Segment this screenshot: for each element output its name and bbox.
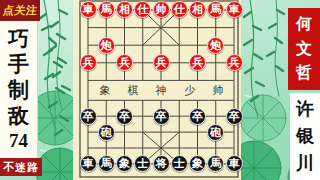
piece-black-f6r6[interactable]: 卒	[189, 108, 206, 125]
piece-red-f8r3[interactable]: 兵	[226, 54, 243, 71]
piece-red-f0r3[interactable]: 兵	[80, 54, 97, 71]
piece-red-f7r2[interactable]: 炮	[207, 37, 224, 54]
player-red-name: 何文哲	[295, 12, 313, 86]
piece-red-f0r0[interactable]: 車	[80, 1, 97, 18]
episode-title: 巧手制敌	[7, 27, 31, 129]
xiangqi-board: 象 棋 神 少 帅 車馬相仕帅仕相馬車炮炮兵兵兵兵兵卒卒卒卒卒砲砲車馬象士将士象…	[73, 0, 241, 180]
piece-black-f1r9[interactable]: 馬	[98, 155, 115, 172]
piece-red-f1r0[interactable]: 馬	[98, 1, 115, 18]
no-lost-banner-label: 不迷路	[3, 160, 39, 175]
piece-black-f7r9[interactable]: 馬	[207, 155, 224, 172]
piece-black-f2r6[interactable]: 卒	[116, 108, 133, 125]
piece-black-f1r7[interactable]: 砲	[98, 124, 115, 141]
piece-black-f2r9[interactable]: 象	[116, 155, 133, 172]
piece-red-f2r3[interactable]: 兵	[116, 54, 133, 71]
piece-red-f3r0[interactable]: 仕	[134, 1, 151, 18]
episode-title-box: 巧手制敌 74	[0, 21, 38, 158]
piece-black-f0r9[interactable]: 車	[80, 155, 97, 172]
xiangqi-video-thumbnail: 象 棋 神 少 帅 車馬相仕帅仕相馬車炮炮兵兵兵兵兵卒卒卒卒卒砲砲車馬象士将士象…	[0, 0, 320, 180]
piece-black-f8r6[interactable]: 卒	[226, 108, 243, 125]
piece-red-f2r0[interactable]: 相	[116, 1, 133, 18]
follow-banner: 点关注	[0, 0, 40, 21]
player-red-name-box: 何文哲	[288, 8, 320, 90]
piece-grid: 車馬相仕帅仕相馬車炮炮兵兵兵兵兵卒卒卒卒卒砲砲車馬象士将士象馬車	[79, 1, 243, 172]
no-lost-banner: 不迷路	[0, 158, 42, 176]
piece-red-f4r3[interactable]: 兵	[153, 54, 170, 71]
piece-black-f8r9[interactable]: 車	[226, 155, 243, 172]
piece-red-f8r0[interactable]: 車	[226, 1, 243, 18]
piece-black-f7r7[interactable]: 砲	[207, 124, 224, 141]
piece-red-f4r0[interactable]: 帅	[153, 1, 170, 18]
piece-red-f5r0[interactable]: 仕	[171, 1, 188, 18]
piece-black-f6r9[interactable]: 象	[189, 155, 206, 172]
piece-red-f7r0[interactable]: 馬	[207, 1, 224, 18]
piece-red-f6r3[interactable]: 兵	[189, 54, 206, 71]
piece-black-f0r6[interactable]: 卒	[80, 108, 97, 125]
piece-black-f4r6[interactable]: 卒	[153, 108, 170, 125]
piece-red-f1r2[interactable]: 炮	[98, 37, 115, 54]
follow-banner-label: 点关注	[2, 3, 39, 18]
piece-red-f6r0[interactable]: 相	[189, 1, 206, 18]
episode-number: 74	[9, 131, 28, 152]
piece-black-f5r9[interactable]: 士	[171, 155, 188, 172]
piece-black-f4r9[interactable]: 将	[153, 155, 170, 172]
player-black-name: 许银川	[295, 96, 315, 177]
player-black-name-box: 许银川	[290, 93, 320, 180]
piece-black-f3r9[interactable]: 士	[134, 155, 151, 172]
